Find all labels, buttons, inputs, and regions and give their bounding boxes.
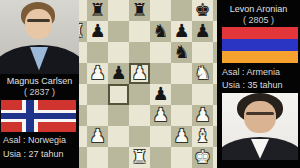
armenia-flag-red-stripe (222, 27, 298, 39)
black-player-rating: ( 2805 ) (217, 14, 300, 25)
square-b1 (87, 147, 108, 168)
square-f3 (171, 105, 192, 126)
square-f7: ♟ (171, 21, 192, 42)
black-player-name: Levon Aronian (217, 0, 300, 14)
square-d8: ♜ (129, 0, 150, 21)
square-g8: ♚ (192, 0, 213, 21)
black-king-g8: ♚ (194, 0, 210, 20)
black-player-country: Asal : Armenia (217, 67, 300, 77)
black-pawn-b7: ♟ (89, 20, 105, 41)
square-e1 (150, 147, 171, 168)
white-knight-g5: ♞ (194, 62, 210, 83)
square-b2: ♟ (87, 126, 108, 147)
square-d5: ♟ (129, 63, 150, 84)
white-player-rating: ( 2837 ) (0, 86, 79, 97)
square-b4 (87, 84, 108, 105)
square-d3 (129, 105, 150, 126)
square-e8 (150, 0, 171, 21)
broadcast-graphic: ♜♜♚♜♟♞♟♟♟♞♟♟♟♞♟♟♟♟♟♝♟♜♚ Magnus Carlsen (… (0, 0, 300, 168)
square-e4: ♟ (150, 84, 171, 105)
black-player-panel: Levon Aronian ( 2805 ) Asal : Armenia Us… (217, 0, 300, 168)
square-c2 (108, 126, 129, 147)
square-g7: ♟ (192, 21, 213, 42)
levon-aronian-photo (222, 93, 298, 160)
chess-board: ♜♜♚♜♟♞♟♟♟♞♟♟♟♞♟♟♟♟♟♝♟♜♚ (66, 0, 234, 168)
square-e7: ♞ (150, 21, 171, 42)
square-b8: ♜ (87, 0, 108, 21)
square-d6 (129, 42, 150, 63)
square-c1 (108, 147, 129, 168)
magnus-carlsen-photo (0, 0, 79, 74)
square-g6 (192, 42, 213, 63)
white-player-country: Asal : Norwegia (0, 135, 79, 145)
square-c6 (108, 42, 129, 63)
white-pawn-g3: ♟ (194, 104, 210, 125)
armenia-flag (222, 27, 298, 63)
square-b6 (87, 42, 108, 63)
white-pawn-b2: ♟ (89, 125, 105, 146)
black-rook-d8: ♜ (131, 0, 147, 20)
black-pawn-g7: ♟ (194, 20, 210, 41)
white-player-panel: Magnus Carlsen ( 2837 ) Asal : Norwegia … (0, 0, 79, 168)
white-pawn-d5: ♟ (131, 62, 147, 83)
black-player-age: Usia : 35 tahun (217, 80, 300, 90)
square-e6 (150, 42, 171, 63)
square-g4 (192, 84, 213, 105)
square-c5: ♟ (108, 63, 129, 84)
square-d7 (129, 21, 150, 42)
square-b7: ♟ (87, 21, 108, 42)
square-e3: ♟ (150, 105, 171, 126)
square-f8 (171, 0, 192, 21)
square-b5: ♟ (87, 63, 108, 84)
white-rook-d1: ♜ (131, 146, 147, 167)
square-e5 (150, 63, 171, 84)
white-player-age: Usia : 27 tahun (0, 149, 79, 159)
white-pawn-f2: ♟ (173, 125, 189, 146)
square-g5: ♞ (192, 63, 213, 84)
black-pawn-c5: ♟ (110, 62, 126, 83)
square-d4 (129, 84, 150, 105)
square-f2: ♟ (171, 126, 192, 147)
black-pawn-f7: ♟ (173, 20, 189, 41)
square-b3 (87, 105, 108, 126)
square-f6: ♞ (171, 42, 192, 63)
norway-flag (1, 100, 76, 132)
armenia-flag-orange-stripe (222, 51, 298, 63)
square-g1: ♚ (192, 147, 213, 168)
square-c7 (108, 21, 129, 42)
square-c8 (108, 0, 129, 21)
white-king-g1: ♚ (194, 146, 210, 167)
face (25, 9, 52, 39)
norway-flag-inner-horizontal (1, 113, 76, 119)
white-bishop-g2: ♝ (194, 125, 210, 146)
square-f1 (171, 147, 192, 168)
square-g3: ♟ (192, 105, 213, 126)
square-d2 (129, 126, 150, 147)
square-c4 (108, 84, 129, 105)
black-knight-e7: ♞ (152, 20, 168, 41)
square-g2: ♝ (192, 126, 213, 147)
black-rook-b8: ♜ (89, 0, 105, 20)
black-pawn-e4: ♟ (152, 83, 168, 104)
white-pawn-e3: ♟ (152, 104, 168, 125)
armenia-flag-blue-stripe (222, 39, 298, 51)
white-player-name: Magnus Carlsen (0, 74, 79, 86)
square-d1: ♜ (129, 147, 150, 168)
face (244, 101, 276, 133)
square-f5 (171, 63, 192, 84)
black-knight-f6: ♞ (173, 41, 189, 62)
square-f4 (171, 84, 192, 105)
glasses-icon (27, 19, 50, 22)
square-e2 (150, 126, 171, 147)
glasses-icon (246, 112, 274, 115)
square-c3 (108, 105, 129, 126)
white-pawn-b5: ♟ (89, 62, 105, 83)
